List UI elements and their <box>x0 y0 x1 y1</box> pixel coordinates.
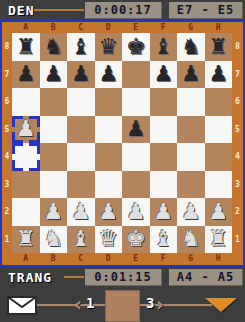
coordinate-label: 4 <box>232 143 243 171</box>
square-h4[interactable] <box>205 143 233 171</box>
coordinate-label: 6 <box>232 88 243 116</box>
cursor-corner <box>29 116 40 127</box>
square-g3[interactable] <box>177 171 205 199</box>
black-queen: ♛ <box>98 36 118 58</box>
square-b1[interactable]: ♞ <box>40 226 68 254</box>
coordinate-label: E <box>122 22 150 33</box>
cursor-corner <box>12 132 23 143</box>
square-g2[interactable]: ♟ <box>177 198 205 226</box>
square-e7[interactable] <box>122 61 150 89</box>
cursor-corner <box>29 143 40 154</box>
square-h1[interactable]: ♜ <box>205 226 233 254</box>
square-d5[interactable] <box>95 116 123 144</box>
square-a3[interactable] <box>12 171 40 199</box>
white-queen: ♛ <box>98 228 118 250</box>
white-knight: ♞ <box>43 228 63 250</box>
black-pawn: ♟ <box>126 118 146 140</box>
square-f5[interactable] <box>150 116 178 144</box>
black-pawn: ♟ <box>181 63 201 85</box>
square-d3[interactable] <box>95 171 123 199</box>
white-bishop: ♝ <box>71 228 91 250</box>
square-d7[interactable]: ♟ <box>95 61 123 89</box>
square-e4[interactable] <box>122 143 150 171</box>
square-g4[interactable] <box>177 143 205 171</box>
square-a7[interactable]: ♟ <box>12 61 40 89</box>
square-g8[interactable]: ♞ <box>177 33 205 61</box>
white-rook: ♜ <box>16 228 36 250</box>
square-g1[interactable]: ♞ <box>177 226 205 254</box>
square-b7[interactable]: ♟ <box>40 61 68 89</box>
coordinate-label: B <box>40 253 68 265</box>
square-a1[interactable]: ♜ <box>12 226 40 254</box>
square-g5[interactable] <box>177 116 205 144</box>
square-b2[interactable]: ♟ <box>40 198 68 226</box>
square-f3[interactable] <box>150 171 178 199</box>
coordinate-label: G <box>177 253 205 265</box>
square-b8[interactable]: ♞ <box>40 33 68 61</box>
square-c6[interactable] <box>67 88 95 116</box>
square-e5[interactable]: ♟ <box>122 116 150 144</box>
square-e1[interactable]: ♚ <box>122 226 150 254</box>
coordinate-label: F <box>150 22 178 33</box>
coordinate-label: F <box>150 253 178 265</box>
square-c3[interactable] <box>67 171 95 199</box>
envelope-icon[interactable] <box>7 296 37 315</box>
file-labels-top: ABCDEFGH <box>12 22 232 33</box>
square-c4[interactable] <box>67 143 95 171</box>
square-b5[interactable] <box>40 116 68 144</box>
coordinate-label: 1 <box>2 226 12 254</box>
square-f1[interactable]: ♝ <box>150 226 178 254</box>
white-pawn: ♟ <box>98 201 118 223</box>
prev-move-icon[interactable]: ‹ <box>74 293 82 315</box>
square-c2[interactable]: ♟ <box>67 198 95 226</box>
coordinate-label: 8 <box>232 33 243 61</box>
file-labels-bottom: ABCDEFGH <box>12 253 232 265</box>
coordinate-label: 3 <box>2 171 12 199</box>
coordinate-label: 5 <box>232 116 243 144</box>
square-d2[interactable]: ♟ <box>95 198 123 226</box>
square-b3[interactable] <box>40 171 68 199</box>
square-e6[interactable] <box>122 88 150 116</box>
divider-line <box>64 276 84 278</box>
coordinate-label: H <box>205 22 233 33</box>
divider-line <box>34 9 84 11</box>
white-pawn: ♟ <box>43 201 63 223</box>
square-h5[interactable] <box>205 116 233 144</box>
black-rook: ♜ <box>16 36 36 58</box>
square-a5[interactable]: ♟ <box>12 116 40 144</box>
square-c7[interactable]: ♟ <box>67 61 95 89</box>
square-c8[interactable]: ♝ <box>67 33 95 61</box>
player-status-bar: TRANG 0:01:15 A4 - A5 <box>0 267 245 288</box>
coordinate-label: C <box>67 22 95 33</box>
player-name: TRANG <box>8 270 52 285</box>
white-bishop: ♝ <box>153 228 173 250</box>
square-c1[interactable]: ♝ <box>67 226 95 254</box>
square-d6[interactable] <box>95 88 123 116</box>
black-pawn: ♟ <box>43 63 63 85</box>
white-knight: ♞ <box>181 228 201 250</box>
black-pawn: ♟ <box>98 63 118 85</box>
coordinate-label: H <box>205 253 233 265</box>
opponent-name: DEN <box>8 3 34 18</box>
rank-labels-right: 87654321 <box>232 33 243 253</box>
black-pawn: ♟ <box>16 63 36 85</box>
black-pawn: ♟ <box>71 63 91 85</box>
square-a2[interactable] <box>12 198 40 226</box>
black-knight: ♞ <box>43 36 63 58</box>
square-h2[interactable]: ♟ <box>205 198 233 226</box>
next-move-number[interactable]: 3 <box>146 295 154 311</box>
square-d1[interactable]: ♛ <box>95 226 123 254</box>
square-f8[interactable]: ♝ <box>150 33 178 61</box>
coordinate-label: A <box>12 22 40 33</box>
chess-board[interactable]: ♜♞♝♛♚♝♞♜♟♟♟♟♟♟♟♟♟♟♟♟♟♟♟♟♜♞♝♛♚♝♞♜ <box>12 33 232 253</box>
coordinate-label: E <box>122 253 150 265</box>
coordinate-label: 2 <box>2 198 12 226</box>
coordinate-label: B <box>40 22 68 33</box>
current-move-button[interactable] <box>105 290 140 322</box>
square-f6[interactable] <box>150 88 178 116</box>
square-h7[interactable]: ♟ <box>205 61 233 89</box>
rank-labels-left: 87654321 <box>2 33 12 253</box>
cursor-corner <box>29 160 40 171</box>
coordinate-label: 6 <box>2 88 12 116</box>
square-h3[interactable] <box>205 171 233 199</box>
black-king: ♚ <box>126 36 146 58</box>
square-d4[interactable] <box>95 143 123 171</box>
square-d8[interactable]: ♛ <box>95 33 123 61</box>
coordinate-label: 8 <box>2 33 12 61</box>
white-pawn: ♟ <box>181 201 201 223</box>
coordinate-label: 4 <box>2 143 12 171</box>
square-c5[interactable] <box>67 116 95 144</box>
coordinate-label: 5 <box>2 116 12 144</box>
black-pawn: ♟ <box>153 63 173 85</box>
white-rook: ♜ <box>208 228 228 250</box>
cursor-corner <box>12 143 23 154</box>
square-f7[interactable]: ♟ <box>150 61 178 89</box>
square-b6[interactable] <box>40 88 68 116</box>
black-bishop: ♝ <box>71 36 91 58</box>
coordinate-label: 2 <box>232 198 243 226</box>
square-e2[interactable]: ♟ <box>122 198 150 226</box>
white-king: ♚ <box>126 228 146 250</box>
square-g6[interactable] <box>177 88 205 116</box>
white-pawn: ♟ <box>126 201 146 223</box>
square-e8[interactable]: ♚ <box>122 33 150 61</box>
coordinate-label: C <box>67 253 95 265</box>
white-pawn: ♟ <box>153 201 173 223</box>
dropdown-triangle-icon[interactable] <box>205 298 237 312</box>
coordinate-label: D <box>95 22 123 33</box>
square-a8[interactable]: ♜ <box>12 33 40 61</box>
square-a6[interactable] <box>12 88 40 116</box>
black-knight: ♞ <box>181 36 201 58</box>
navigation-bar: ‹ 1 3 › <box>0 288 245 322</box>
opponent-status-bar: DEN 0:00:17 E7 - E5 <box>0 0 245 20</box>
square-a4[interactable] <box>12 143 40 171</box>
white-pawn: ♟ <box>71 201 91 223</box>
coordinate-label: 7 <box>2 61 12 89</box>
opponent-last-move: E7 - E5 <box>169 2 243 19</box>
coordinate-label: G <box>177 22 205 33</box>
chess-board-frame: ABCDEFGH 87654321 ♜♞♝♛♚♝♞♜♟♟♟♟♟♟♟♟♟♟♟♟♟♟… <box>0 20 245 267</box>
coordinate-label: A <box>12 253 40 265</box>
cursor-corner <box>12 160 23 171</box>
opponent-clock: 0:00:17 <box>85 2 162 19</box>
coordinate-label: 1 <box>232 226 243 254</box>
black-bishop: ♝ <box>153 36 173 58</box>
prev-move-number[interactable]: 1 <box>86 295 94 311</box>
square-h8[interactable]: ♜ <box>205 33 233 61</box>
coordinate-label: 7 <box>232 61 243 89</box>
coordinate-label: 3 <box>232 171 243 199</box>
cursor-corner <box>12 116 23 127</box>
square-e3[interactable] <box>122 171 150 199</box>
square-h6[interactable] <box>205 88 233 116</box>
square-g7[interactable]: ♟ <box>177 61 205 89</box>
cursor-corner <box>29 132 40 143</box>
coordinate-label: D <box>95 253 123 265</box>
square-f4[interactable] <box>150 143 178 171</box>
next-move-icon[interactable]: › <box>156 293 164 315</box>
black-pawn: ♟ <box>208 63 228 85</box>
black-rook: ♜ <box>208 36 228 58</box>
white-pawn: ♟ <box>208 201 228 223</box>
player-last-move: A4 - A5 <box>169 269 243 286</box>
square-b4[interactable] <box>40 143 68 171</box>
player-clock: 0:01:15 <box>85 269 162 286</box>
square-f2[interactable]: ♟ <box>150 198 178 226</box>
